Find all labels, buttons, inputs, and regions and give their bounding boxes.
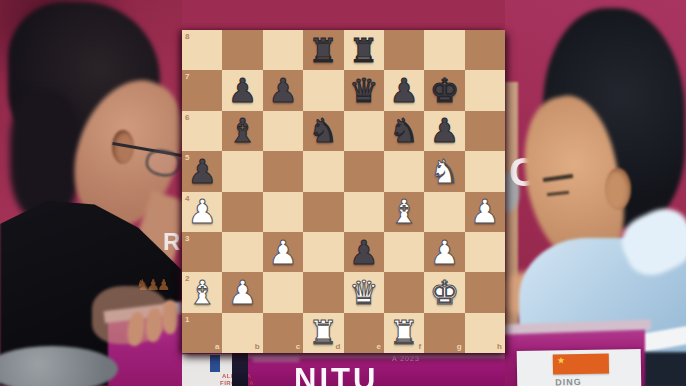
square-h7[interactable] (465, 70, 505, 110)
square-f2[interactable] (384, 272, 424, 312)
rank-label-7: 7 (185, 73, 189, 81)
square-c3[interactable]: ♟ (263, 232, 303, 272)
square-c5[interactable] (263, 151, 303, 191)
left-player-hair-back (10, 90, 80, 220)
square-d4[interactable] (303, 192, 343, 232)
square-d1[interactable]: d♜ (303, 313, 343, 353)
banner-year-text: A 2023 (392, 355, 420, 362)
black-queen: ♛ (344, 70, 384, 110)
player-right-photo: C ★ DING (505, 0, 686, 386)
square-g6[interactable]: ♟ (424, 111, 464, 151)
square-b6[interactable]: ♝ (222, 111, 262, 151)
white-pawn: ♟ (465, 192, 505, 232)
square-b1[interactable]: b (222, 313, 262, 353)
square-d8[interactable]: ♜ (303, 30, 343, 70)
rank-label-8: 8 (185, 33, 189, 41)
square-d3[interactable] (303, 232, 343, 272)
france-flag-blue-bar (210, 355, 220, 372)
square-f6[interactable]: ♞ (384, 111, 424, 151)
square-f7[interactable]: ♟ (384, 70, 424, 110)
white-knight: ♞ (424, 151, 464, 191)
china-flag-star: ★ (557, 355, 565, 365)
square-e8[interactable]: ♜ (344, 30, 384, 70)
white-pawn: ♟ (182, 192, 222, 232)
square-c1[interactable]: c (263, 313, 303, 353)
square-a6[interactable]: 6 (182, 111, 222, 151)
scene: R ♞♟♟ C ★ DING (0, 0, 686, 386)
file-label-b: b (255, 343, 260, 351)
file-label-c: c (296, 343, 300, 351)
black-rook: ♜ (344, 30, 384, 70)
black-pawn: ♟ (222, 70, 262, 110)
right-name-plate: ★ DING (517, 349, 642, 386)
square-a2[interactable]: 2♝ (182, 272, 222, 312)
rank-label-6: 6 (185, 114, 189, 122)
square-g8[interactable] (424, 30, 464, 70)
square-h2[interactable] (465, 272, 505, 312)
square-g2[interactable]: ♚ (424, 272, 464, 312)
square-c8[interactable] (263, 30, 303, 70)
banner-logo-text: NITU (294, 362, 378, 386)
square-e5[interactable] (344, 151, 384, 191)
black-knight: ♞ (384, 111, 424, 151)
faint-banner-text (252, 356, 300, 362)
black-king: ♚ (424, 70, 464, 110)
left-player-finger (162, 300, 178, 334)
black-pawn: ♟ (263, 70, 303, 110)
square-a8[interactable]: 8 (182, 30, 222, 70)
rank-label-3: 3 (185, 235, 189, 243)
right-player-name: DING (555, 377, 582, 386)
square-b3[interactable] (222, 232, 262, 272)
square-f4[interactable]: ♝ (384, 192, 424, 232)
file-label-g: g (457, 343, 462, 351)
black-rook: ♜ (303, 30, 343, 70)
white-bishop: ♝ (384, 192, 424, 232)
square-f5[interactable] (384, 151, 424, 191)
square-d2[interactable] (303, 272, 343, 312)
square-a1[interactable]: 1a (182, 313, 222, 353)
square-f1[interactable]: f♜ (384, 313, 424, 353)
square-g1[interactable]: g (424, 313, 464, 353)
square-e3[interactable]: ♟ (344, 232, 384, 272)
file-label-e: e (376, 343, 380, 351)
square-g3[interactable]: ♟ (424, 232, 464, 272)
table-front: ALIREZA FIROUZJA A 2023 NITU (182, 353, 505, 386)
file-label-h: h (497, 343, 502, 351)
right-player-ear (605, 168, 631, 210)
square-c4[interactable] (263, 192, 303, 232)
black-bishop: ♝ (222, 111, 262, 151)
square-c6[interactable] (263, 111, 303, 151)
square-g5[interactable]: ♞ (424, 151, 464, 191)
white-pawn: ♟ (222, 272, 262, 312)
square-e1[interactable]: e (344, 313, 384, 353)
square-e2[interactable]: ♛ (344, 272, 384, 312)
square-a7[interactable]: 7 (182, 70, 222, 110)
square-h8[interactable] (465, 30, 505, 70)
square-b4[interactable] (222, 192, 262, 232)
square-h3[interactable] (465, 232, 505, 272)
square-b8[interactable] (222, 30, 262, 70)
white-pawn: ♟ (263, 232, 303, 272)
square-h1[interactable]: h (465, 313, 505, 353)
white-queen: ♛ (344, 272, 384, 312)
square-f8[interactable] (384, 30, 424, 70)
square-e6[interactable] (344, 111, 384, 151)
square-g7[interactable]: ♚ (424, 70, 464, 110)
square-c2[interactable] (263, 272, 303, 312)
chess-board: 8♜♜7♟♟♛♟♚6♝♞♞♟5♟♞4♟♝♟3♟♟♟2♝♟♛♚1abcd♜ef♜g… (182, 30, 505, 353)
square-d7[interactable] (303, 70, 343, 110)
background-letter-r: R (163, 228, 180, 256)
square-h6[interactable] (465, 111, 505, 151)
black-pawn: ♟ (384, 70, 424, 110)
square-h5[interactable] (465, 151, 505, 191)
square-a4[interactable]: 4♟ (182, 192, 222, 232)
white-king: ♚ (424, 272, 464, 312)
square-e7[interactable]: ♛ (344, 70, 384, 110)
square-b2[interactable]: ♟ (222, 272, 262, 312)
square-f3[interactable] (384, 232, 424, 272)
white-bishop: ♝ (182, 272, 222, 312)
black-pawn: ♟ (424, 111, 464, 151)
square-g4[interactable] (424, 192, 464, 232)
rank-label-1: 1 (185, 316, 189, 324)
plate-shadow-strip (232, 353, 248, 386)
square-a3[interactable]: 3 (182, 232, 222, 272)
black-knight: ♞ (303, 111, 343, 151)
square-d6[interactable]: ♞ (303, 111, 343, 151)
black-pawn: ♟ (344, 232, 384, 272)
square-d5[interactable] (303, 151, 343, 191)
square-h4[interactable]: ♟ (465, 192, 505, 232)
white-pawn: ♟ (424, 232, 464, 272)
square-a5[interactable]: 5♟ (182, 151, 222, 191)
player-left-photo: R ♞♟♟ (0, 0, 182, 386)
white-rook: ♜ (384, 313, 424, 353)
square-b7[interactable]: ♟ (222, 70, 262, 110)
file-label-a: a (215, 343, 219, 351)
square-e4[interactable] (344, 192, 384, 232)
black-pawn: ♟ (182, 151, 222, 191)
square-c7[interactable]: ♟ (263, 70, 303, 110)
square-b5[interactable] (222, 151, 262, 191)
china-flag: ★ (553, 353, 609, 374)
white-rook: ♜ (303, 313, 343, 353)
